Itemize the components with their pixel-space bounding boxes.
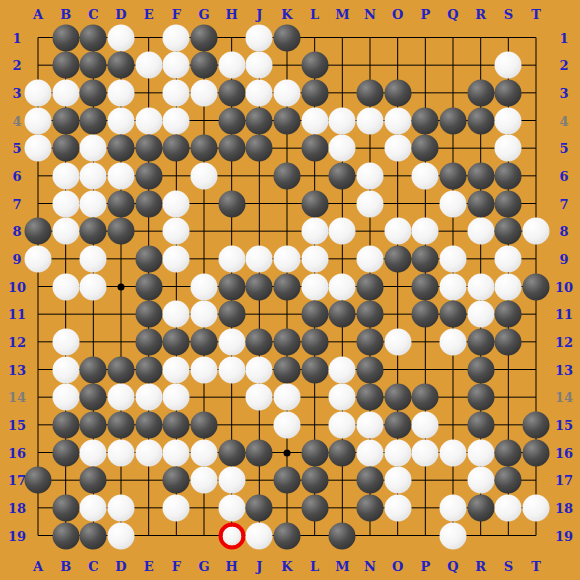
coord-label-bottom-D: D	[115, 560, 126, 573]
stone-F5	[163, 135, 190, 162]
stone-G15	[191, 411, 218, 438]
coord-label-bottom-C: C	[88, 560, 98, 573]
stone-O14	[384, 384, 411, 411]
stone-F15	[163, 411, 190, 438]
stone-N14	[357, 384, 384, 411]
stone-F7	[163, 190, 190, 217]
stone-L4	[301, 107, 328, 134]
stone-S10	[495, 273, 522, 300]
stone-M13	[329, 356, 356, 383]
coord-label-top-K: K	[281, 8, 292, 21]
stone-N12	[357, 328, 384, 355]
stone-R11	[467, 301, 494, 328]
stone-O17	[384, 467, 411, 494]
stone-E11	[135, 301, 162, 328]
stone-J14	[246, 384, 273, 411]
stone-B13	[52, 356, 79, 383]
stone-J1	[246, 24, 273, 51]
stone-C5	[80, 135, 107, 162]
stone-N11	[357, 301, 384, 328]
stone-F2	[163, 52, 190, 79]
stone-A8	[25, 218, 52, 245]
coord-label-left-8: 8	[12, 225, 21, 238]
coord-label-right-13: 13	[555, 363, 573, 376]
stone-C16	[80, 439, 107, 466]
coord-label-bottom-L: L	[310, 560, 319, 573]
stone-R3	[467, 79, 494, 106]
stone-F16	[163, 439, 190, 466]
stone-G1	[191, 24, 218, 51]
stone-J2	[246, 52, 273, 79]
stone-S3	[495, 79, 522, 106]
coord-label-bottom-J: J	[256, 560, 262, 573]
stone-D13	[108, 356, 135, 383]
stone-N4	[357, 107, 384, 134]
coord-label-top-H: H	[226, 8, 238, 21]
coord-label-right-19: 19	[555, 529, 573, 542]
stone-T16	[523, 439, 550, 466]
stone-S6	[495, 162, 522, 189]
coord-label-bottom-H: H	[226, 560, 238, 573]
stone-L12	[301, 328, 328, 355]
stone-B18	[52, 494, 79, 521]
stone-R10	[467, 273, 494, 300]
stone-O12	[384, 328, 411, 355]
coord-label-left-12: 12	[8, 335, 26, 348]
coord-label-left-7: 7	[12, 197, 21, 210]
coord-label-bottom-F: F	[172, 560, 181, 573]
stone-E2	[135, 52, 162, 79]
stone-D15	[108, 411, 135, 438]
coord-label-bottom-K: K	[281, 560, 292, 573]
stone-N7	[357, 190, 384, 217]
stone-J18	[246, 494, 273, 521]
stone-E10	[135, 273, 162, 300]
stone-C15	[80, 411, 107, 438]
stone-L8	[301, 218, 328, 245]
stone-K9	[274, 245, 301, 272]
stone-P9	[412, 245, 439, 272]
stone-O3	[384, 79, 411, 106]
stone-F18	[163, 494, 190, 521]
stone-O16	[384, 439, 411, 466]
stone-B16	[52, 439, 79, 466]
stone-H3	[218, 79, 245, 106]
coord-label-left-2: 2	[12, 59, 21, 72]
stone-H11	[218, 301, 245, 328]
stone-K4	[274, 107, 301, 134]
stone-T8	[523, 218, 550, 245]
coord-label-right-6: 6	[559, 169, 568, 182]
stone-J19	[246, 522, 273, 549]
stone-G10	[191, 273, 218, 300]
coord-label-right-2: 2	[559, 59, 568, 72]
stone-B10	[52, 273, 79, 300]
stone-R15	[467, 411, 494, 438]
stone-J12	[246, 328, 273, 355]
stone-N3	[357, 79, 384, 106]
coord-label-right-11: 11	[555, 308, 573, 321]
coord-label-right-17: 17	[555, 474, 573, 487]
stone-E15	[135, 411, 162, 438]
stone-B4	[52, 107, 79, 134]
stone-M19	[329, 522, 356, 549]
stone-T18	[523, 494, 550, 521]
stone-B12	[52, 328, 79, 355]
stone-L10	[301, 273, 328, 300]
stone-Q12	[440, 328, 467, 355]
stone-B14	[52, 384, 79, 411]
stone-N9	[357, 245, 384, 272]
stone-Q6	[440, 162, 467, 189]
stone-M16	[329, 439, 356, 466]
coord-label-left-9: 9	[12, 252, 21, 265]
stone-L7	[301, 190, 328, 217]
stone-J16	[246, 439, 273, 466]
stone-E12	[135, 328, 162, 355]
stone-E9	[135, 245, 162, 272]
stone-G11	[191, 301, 218, 328]
stone-G12	[191, 328, 218, 355]
stone-C13	[80, 356, 107, 383]
stone-D19	[108, 522, 135, 549]
stone-K17	[274, 467, 301, 494]
stone-H4	[218, 107, 245, 134]
stone-P16	[412, 439, 439, 466]
stone-O8	[384, 218, 411, 245]
stone-A5	[25, 135, 52, 162]
coord-label-top-N: N	[364, 8, 376, 21]
stone-P10	[412, 273, 439, 300]
coord-label-top-E: E	[144, 8, 154, 21]
stone-P15	[412, 411, 439, 438]
stone-B5	[52, 135, 79, 162]
stone-E16	[135, 439, 162, 466]
stone-E14	[135, 384, 162, 411]
coord-label-left-11: 11	[8, 308, 26, 321]
stone-T10	[523, 273, 550, 300]
stone-Q10	[440, 273, 467, 300]
stone-E7	[135, 190, 162, 217]
stone-L13	[301, 356, 328, 383]
coord-label-top-P: P	[420, 8, 430, 21]
stone-R12	[467, 328, 494, 355]
coord-label-left-17: 17	[8, 474, 26, 487]
stone-R14	[467, 384, 494, 411]
stone-K10	[274, 273, 301, 300]
stone-S5	[495, 135, 522, 162]
stone-E13	[135, 356, 162, 383]
stone-F4	[163, 107, 190, 134]
stone-H13	[218, 356, 245, 383]
coord-label-left-19: 19	[8, 529, 26, 542]
stone-S12	[495, 328, 522, 355]
stone-D14	[108, 384, 135, 411]
stone-J9	[246, 245, 273, 272]
coord-label-right-12: 12	[555, 335, 573, 348]
stone-D2	[108, 52, 135, 79]
coord-label-top-Q: Q	[447, 8, 458, 21]
stone-S9	[495, 245, 522, 272]
coord-label-right-1: 1	[559, 31, 568, 44]
coord-label-top-F: F	[172, 8, 181, 21]
stone-D3	[108, 79, 135, 106]
stone-B2	[52, 52, 79, 79]
stone-N13	[357, 356, 384, 383]
stone-K19	[274, 522, 301, 549]
stone-C9	[80, 245, 107, 272]
go-board-screenshot: AABBCCDDEEFFGGHHJJKKLLMMNNOOPPQQRRSSTT11…	[0, 0, 580, 580]
stone-N15	[357, 411, 384, 438]
stone-M6	[329, 162, 356, 189]
stone-P14	[412, 384, 439, 411]
coord-label-top-J: J	[256, 8, 262, 21]
coord-label-bottom-S: S	[504, 560, 513, 573]
coord-label-left-1: 1	[12, 31, 21, 44]
coord-label-top-O: O	[392, 8, 403, 21]
stone-C6	[80, 162, 107, 189]
stone-D8	[108, 218, 135, 245]
coord-label-right-15: 15	[555, 418, 573, 431]
coord-label-bottom-G: G	[198, 560, 209, 573]
stone-P5	[412, 135, 439, 162]
coord-label-left-18: 18	[8, 501, 26, 514]
stone-G6	[191, 162, 218, 189]
coord-label-top-T: T	[531, 8, 541, 21]
stone-C3	[80, 79, 107, 106]
stone-S7	[495, 190, 522, 217]
stone-H17	[218, 467, 245, 494]
stone-D18	[108, 494, 135, 521]
stone-S4	[495, 107, 522, 134]
coord-label-left-13: 13	[8, 363, 26, 376]
coord-label-bottom-P: P	[420, 560, 430, 573]
stone-S16	[495, 439, 522, 466]
stone-F14	[163, 384, 190, 411]
stone-J10	[246, 273, 273, 300]
coord-label-right-3: 3	[559, 86, 568, 99]
stone-R18	[467, 494, 494, 521]
last-move-stone-H19	[218, 522, 245, 549]
stone-R13	[467, 356, 494, 383]
stone-D16	[108, 439, 135, 466]
coord-label-left-4: 4	[12, 114, 21, 127]
stone-E4	[135, 107, 162, 134]
stone-L5	[301, 135, 328, 162]
stone-O15	[384, 411, 411, 438]
coord-label-right-16: 16	[555, 446, 573, 459]
stone-O18	[384, 494, 411, 521]
stone-R6	[467, 162, 494, 189]
coord-label-bottom-M: M	[335, 560, 349, 573]
stone-J13	[246, 356, 273, 383]
stone-A9	[25, 245, 52, 272]
stone-M8	[329, 218, 356, 245]
stone-O4	[384, 107, 411, 134]
coord-label-top-D: D	[115, 8, 126, 21]
stone-D4	[108, 107, 135, 134]
stone-C7	[80, 190, 107, 217]
stone-K12	[274, 328, 301, 355]
stone-H18	[218, 494, 245, 521]
stone-G5	[191, 135, 218, 162]
stone-F13	[163, 356, 190, 383]
coord-label-top-G: G	[198, 8, 209, 21]
hoshi-point-K16	[284, 449, 291, 456]
stone-M10	[329, 273, 356, 300]
stone-G17	[191, 467, 218, 494]
stone-S8	[495, 218, 522, 245]
coord-label-bottom-N: N	[364, 560, 376, 573]
coord-label-left-3: 3	[12, 86, 21, 99]
stone-H12	[218, 328, 245, 355]
coord-label-bottom-B: B	[60, 560, 71, 573]
stone-B6	[52, 162, 79, 189]
stone-Q7	[440, 190, 467, 217]
coord-label-top-B: B	[60, 8, 71, 21]
coord-label-right-4: 4	[559, 114, 568, 127]
stone-Q11	[440, 301, 467, 328]
coord-label-bottom-T: T	[531, 560, 541, 573]
coord-label-right-9: 9	[559, 252, 568, 265]
stone-K3	[274, 79, 301, 106]
coord-label-left-10: 10	[8, 280, 26, 293]
stone-L16	[301, 439, 328, 466]
stone-C2	[80, 52, 107, 79]
stone-F8	[163, 218, 190, 245]
stone-S11	[495, 301, 522, 328]
stone-J3	[246, 79, 273, 106]
stone-K13	[274, 356, 301, 383]
coord-label-left-16: 16	[8, 446, 26, 459]
coord-label-right-10: 10	[555, 280, 573, 293]
stone-F11	[163, 301, 190, 328]
stone-P8	[412, 218, 439, 245]
stone-S18	[495, 494, 522, 521]
coord-label-left-5: 5	[12, 142, 21, 155]
coord-label-bottom-Q: Q	[447, 560, 458, 573]
stone-K1	[274, 24, 301, 51]
stone-R16	[467, 439, 494, 466]
stone-J4	[246, 107, 273, 134]
coord-label-right-5: 5	[559, 142, 568, 155]
stone-L11	[301, 301, 328, 328]
stone-A4	[25, 107, 52, 134]
stone-O5	[384, 135, 411, 162]
stone-H5	[218, 135, 245, 162]
stone-E6	[135, 162, 162, 189]
stone-A17	[25, 467, 52, 494]
stone-G2	[191, 52, 218, 79]
stone-B7	[52, 190, 79, 217]
stone-R8	[467, 218, 494, 245]
stone-R7	[467, 190, 494, 217]
stone-L9	[301, 245, 328, 272]
coord-label-right-18: 18	[555, 501, 573, 514]
stone-R17	[467, 467, 494, 494]
stone-M11	[329, 301, 356, 328]
coord-label-left-15: 15	[8, 418, 26, 431]
stone-B8	[52, 218, 79, 245]
stone-S17	[495, 467, 522, 494]
coord-label-right-7: 7	[559, 197, 568, 210]
stone-Q4	[440, 107, 467, 134]
coord-label-top-R: R	[475, 8, 486, 21]
stone-A3	[25, 79, 52, 106]
stone-Q16	[440, 439, 467, 466]
coord-label-right-8: 8	[559, 225, 568, 238]
coord-label-left-14: 14	[8, 391, 26, 404]
coord-label-left-6: 6	[12, 169, 21, 182]
stone-N6	[357, 162, 384, 189]
stone-H9	[218, 245, 245, 272]
stone-P11	[412, 301, 439, 328]
stone-H10	[218, 273, 245, 300]
coord-label-bottom-E: E	[144, 560, 154, 573]
coord-label-top-A: A	[33, 8, 43, 21]
stone-E5	[135, 135, 162, 162]
stone-B19	[52, 522, 79, 549]
stone-C10	[80, 273, 107, 300]
coord-label-bottom-O: O	[392, 560, 403, 573]
stone-C8	[80, 218, 107, 245]
stone-B3	[52, 79, 79, 106]
stone-N17	[357, 467, 384, 494]
hoshi-point-D10	[118, 283, 125, 290]
stone-K15	[274, 411, 301, 438]
stone-C4	[80, 107, 107, 134]
stone-P6	[412, 162, 439, 189]
stone-K14	[274, 384, 301, 411]
stone-D7	[108, 190, 135, 217]
stone-M5	[329, 135, 356, 162]
coord-label-top-L: L	[310, 8, 319, 21]
stone-L2	[301, 52, 328, 79]
coord-label-bottom-A: A	[33, 560, 43, 573]
stone-H7	[218, 190, 245, 217]
coord-label-top-M: M	[335, 8, 349, 21]
stone-C19	[80, 522, 107, 549]
stone-B15	[52, 411, 79, 438]
stone-M15	[329, 411, 356, 438]
stone-Q19	[440, 522, 467, 549]
stone-M4	[329, 107, 356, 134]
stone-D6	[108, 162, 135, 189]
stone-J5	[246, 135, 273, 162]
stone-S2	[495, 52, 522, 79]
coord-label-right-14: 14	[555, 391, 573, 404]
stone-N18	[357, 494, 384, 521]
stone-F12	[163, 328, 190, 355]
stone-C17	[80, 467, 107, 494]
stone-D1	[108, 24, 135, 51]
stone-G3	[191, 79, 218, 106]
stone-G13	[191, 356, 218, 383]
stone-H16	[218, 439, 245, 466]
stone-T15	[523, 411, 550, 438]
stone-L18	[301, 494, 328, 521]
stone-F9	[163, 245, 190, 272]
stone-M14	[329, 384, 356, 411]
coord-label-top-S: S	[504, 8, 513, 21]
stone-H2	[218, 52, 245, 79]
stone-R4	[467, 107, 494, 134]
stone-D5	[108, 135, 135, 162]
stone-L17	[301, 467, 328, 494]
stone-C18	[80, 494, 107, 521]
stone-N10	[357, 273, 384, 300]
stone-Q9	[440, 245, 467, 272]
